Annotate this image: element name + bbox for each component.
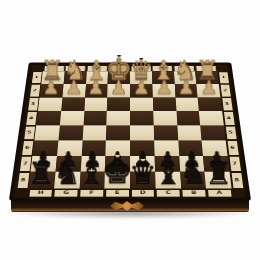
square-f4[interactable] xyxy=(83,111,107,125)
square-h5[interactable] xyxy=(34,125,59,140)
file-label-bottom-f: F xyxy=(80,190,103,197)
square-b3[interactable] xyxy=(175,97,199,111)
light-finial-icon xyxy=(140,156,145,161)
square-d8[interactable]: ♛ xyxy=(130,172,155,189)
square-d4[interactable] xyxy=(130,111,153,125)
square-e3[interactable] xyxy=(107,97,130,111)
file-label-bottom-g: G xyxy=(55,190,78,197)
rank-label-left-2: 2 xyxy=(30,85,40,97)
brass-clasp-icon xyxy=(110,201,144,211)
square-d5[interactable] xyxy=(130,125,154,140)
rank-label-right-1: 1 xyxy=(219,72,229,83)
black-rook[interactable]: ♜ xyxy=(27,159,54,188)
square-g2[interactable]: ♟ xyxy=(62,84,85,97)
square-c4[interactable] xyxy=(153,111,177,125)
frame-corner xyxy=(14,189,28,198)
black-knight[interactable]: ♞ xyxy=(180,159,207,188)
product-photo-stage: HGFEDCBA1♜♞♝♚♛♝♞♜12♟♟♟♟♟♟♟♟2334455667♟♟♟… xyxy=(0,0,260,260)
square-g4[interactable] xyxy=(60,111,84,125)
square-h8[interactable]: ♜ xyxy=(28,172,55,189)
rank-label-left-3: 3 xyxy=(28,98,38,110)
square-b5[interactable] xyxy=(177,125,202,140)
rank-label-left-6: 6 xyxy=(22,141,33,155)
rank-label-right-3: 3 xyxy=(222,98,232,110)
square-c8[interactable]: ♝ xyxy=(155,172,181,189)
file-label-bottom-b: B xyxy=(182,190,205,197)
dark-finial-icon xyxy=(139,56,143,60)
file-label-bottom-d: D xyxy=(131,190,154,197)
square-e4[interactable] xyxy=(107,111,130,125)
square-a8[interactable]: ♜ xyxy=(205,172,232,189)
square-g5[interactable] xyxy=(58,125,83,140)
file-label-bottom-c: C xyxy=(157,190,180,197)
light-finial-icon xyxy=(115,152,120,157)
square-d3[interactable] xyxy=(130,97,153,111)
rank-label-left-4: 4 xyxy=(26,112,37,125)
square-b4[interactable] xyxy=(176,111,200,125)
square-a3[interactable] xyxy=(198,97,222,111)
file-label-bottom-e: E xyxy=(106,190,129,197)
square-h4[interactable] xyxy=(36,111,61,125)
rank-label-right-4: 4 xyxy=(224,112,235,125)
square-e5[interactable] xyxy=(106,125,130,140)
square-g8[interactable]: ♞ xyxy=(54,172,80,189)
file-label-bottom-a: A xyxy=(208,190,231,197)
square-f5[interactable] xyxy=(82,125,106,140)
white-pawn[interactable]: ♟ xyxy=(42,78,59,96)
rank-label-right-2: 2 xyxy=(220,85,230,97)
square-h2[interactable]: ♟ xyxy=(40,84,64,97)
square-a4[interactable] xyxy=(199,111,224,125)
square-f3[interactable] xyxy=(84,97,107,111)
rank-label-right-8: 8 xyxy=(231,173,243,188)
rank-label-right-6: 6 xyxy=(227,141,238,155)
square-c2[interactable]: ♟ xyxy=(152,84,175,97)
square-c5[interactable] xyxy=(153,125,177,140)
chess-board-grid: HGFEDCBA1♜♞♝♚♛♝♞♜12♟♟♟♟♟♟♟♟2334455667♟♟♟… xyxy=(14,65,245,197)
white-pawn[interactable]: ♟ xyxy=(65,78,82,96)
white-pawn[interactable]: ♟ xyxy=(200,78,217,96)
dark-finial-icon xyxy=(117,52,121,56)
rank-label-right-5: 5 xyxy=(225,126,236,139)
file-label-bottom-h: H xyxy=(29,190,52,197)
black-queen[interactable]: ♛ xyxy=(129,159,156,188)
black-rook[interactable]: ♜ xyxy=(205,159,232,188)
black-bishop[interactable]: ♝ xyxy=(154,159,181,188)
square-h3[interactable] xyxy=(38,97,62,111)
square-e2[interactable]: ♟ xyxy=(107,84,130,97)
square-d2[interactable]: ♟ xyxy=(130,84,153,97)
square-a5[interactable] xyxy=(200,125,225,140)
square-g3[interactable] xyxy=(61,97,85,111)
square-f8[interactable]: ♝ xyxy=(79,172,105,189)
white-pawn[interactable]: ♟ xyxy=(178,78,195,96)
square-b2[interactable]: ♟ xyxy=(174,84,197,97)
square-e8[interactable]: ♚ xyxy=(105,172,130,189)
square-a2[interactable]: ♟ xyxy=(197,84,221,97)
black-bishop[interactable]: ♝ xyxy=(78,159,105,188)
white-pawn[interactable]: ♟ xyxy=(155,78,172,96)
chess-board: HGFEDCBA1♜♞♝♚♛♝♞♜12♟♟♟♟♟♟♟♟2334455667♟♟♟… xyxy=(10,63,250,200)
rank-label-left-5: 5 xyxy=(24,126,35,139)
square-c3[interactable] xyxy=(153,97,176,111)
white-pawn[interactable]: ♟ xyxy=(133,78,150,96)
frame-corner xyxy=(232,189,246,198)
white-pawn[interactable]: ♟ xyxy=(87,78,104,96)
square-b8[interactable]: ♞ xyxy=(180,172,206,189)
black-knight[interactable]: ♞ xyxy=(53,159,80,188)
square-f2[interactable]: ♟ xyxy=(85,84,108,97)
white-pawn[interactable]: ♟ xyxy=(110,78,127,96)
